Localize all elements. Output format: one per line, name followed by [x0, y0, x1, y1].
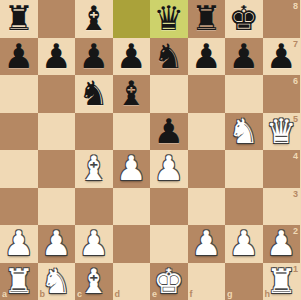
square-h5[interactable]: 5♛ [263, 113, 301, 151]
square-a5[interactable] [0, 113, 38, 151]
piece-white-pawn[interactable]: ♟ [266, 225, 296, 263]
square-f1[interactable]: f [188, 263, 226, 300]
square-g5[interactable]: ♞ [225, 113, 263, 151]
square-a3[interactable] [0, 188, 38, 226]
square-g6[interactable] [225, 75, 263, 113]
file-label-d: d [115, 289, 121, 299]
square-b3[interactable] [38, 188, 76, 226]
piece-black-pawn[interactable]: ♟ [41, 38, 71, 76]
piece-white-pawn[interactable]: ♟ [116, 150, 146, 188]
rank-label-6: 6 [293, 76, 298, 86]
piece-white-pawn[interactable]: ♟ [41, 225, 71, 263]
square-f3[interactable] [188, 188, 226, 226]
square-h2[interactable]: 2♟ [263, 225, 301, 263]
square-g2[interactable]: ♟ [225, 225, 263, 263]
piece-black-pawn[interactable]: ♟ [191, 38, 221, 76]
square-b2[interactable]: ♟ [38, 225, 76, 263]
square-b8[interactable] [38, 0, 76, 38]
square-a1[interactable]: a♜ [0, 263, 38, 300]
square-b7[interactable]: ♟ [38, 38, 76, 76]
chess-board: ♜♝♛♜♚8♟♟♟♟♞♟♟7♟♞♝6♟♞5♛♝♟♟43♟♟♟♟♟2♟a♜b♞c♝… [0, 0, 300, 300]
piece-black-king[interactable]: ♚ [229, 0, 259, 38]
square-e8[interactable]: ♛ [150, 0, 188, 38]
square-d4[interactable]: ♟ [113, 150, 151, 188]
piece-white-king[interactable]: ♚ [154, 263, 184, 300]
square-e2[interactable] [150, 225, 188, 263]
piece-black-pawn[interactable]: ♟ [154, 113, 184, 151]
piece-white-knight[interactable]: ♞ [229, 113, 259, 151]
square-c2[interactable]: ♟ [75, 225, 113, 263]
square-e4[interactable]: ♟ [150, 150, 188, 188]
square-d2[interactable] [113, 225, 151, 263]
square-h8[interactable]: 8 [263, 0, 301, 38]
piece-white-bishop[interactable]: ♝ [79, 150, 109, 188]
square-a8[interactable]: ♜ [0, 0, 38, 38]
piece-white-rook[interactable]: ♜ [4, 263, 34, 300]
square-d5[interactable] [113, 113, 151, 151]
piece-white-bishop[interactable]: ♝ [79, 263, 109, 300]
square-d7[interactable]: ♟ [113, 38, 151, 76]
piece-white-pawn[interactable]: ♟ [4, 225, 34, 263]
square-g1[interactable]: g [225, 263, 263, 300]
square-h1[interactable]: 1h♜ [263, 263, 301, 300]
square-b5[interactable] [38, 113, 76, 151]
piece-white-pawn[interactable]: ♟ [154, 150, 184, 188]
piece-black-pawn[interactable]: ♟ [266, 38, 296, 76]
square-h3[interactable]: 3 [263, 188, 301, 226]
square-g8[interactable]: ♚ [225, 0, 263, 38]
square-c6[interactable]: ♞ [75, 75, 113, 113]
piece-black-rook[interactable]: ♜ [4, 0, 34, 38]
piece-white-rook[interactable]: ♜ [266, 263, 296, 300]
square-h6[interactable]: 6 [263, 75, 301, 113]
square-a2[interactable]: ♟ [0, 225, 38, 263]
square-d1[interactable]: d [113, 263, 151, 300]
square-g7[interactable]: ♟ [225, 38, 263, 76]
piece-black-queen[interactable]: ♛ [154, 0, 184, 38]
rank-label-8: 8 [293, 1, 298, 11]
square-d8[interactable] [113, 0, 151, 38]
square-a7[interactable]: ♟ [0, 38, 38, 76]
square-f2[interactable]: ♟ [188, 225, 226, 263]
square-g3[interactable] [225, 188, 263, 226]
square-c1[interactable]: c♝ [75, 263, 113, 300]
square-e3[interactable] [150, 188, 188, 226]
square-c5[interactable] [75, 113, 113, 151]
square-c7[interactable]: ♟ [75, 38, 113, 76]
rank-label-3: 3 [293, 189, 298, 199]
square-g4[interactable] [225, 150, 263, 188]
piece-black-knight[interactable]: ♞ [154, 38, 184, 76]
piece-white-knight[interactable]: ♞ [41, 263, 71, 300]
square-h7[interactable]: 7♟ [263, 38, 301, 76]
square-f8[interactable]: ♜ [188, 0, 226, 38]
square-b1[interactable]: b♞ [38, 263, 76, 300]
square-c3[interactable] [75, 188, 113, 226]
piece-black-pawn[interactable]: ♟ [229, 38, 259, 76]
piece-black-rook[interactable]: ♜ [191, 0, 221, 38]
piece-white-pawn[interactable]: ♟ [229, 225, 259, 263]
square-a4[interactable] [0, 150, 38, 188]
square-b6[interactable] [38, 75, 76, 113]
piece-black-knight[interactable]: ♞ [79, 75, 109, 113]
square-e6[interactable] [150, 75, 188, 113]
file-label-f: f [190, 289, 193, 299]
square-d6[interactable]: ♝ [113, 75, 151, 113]
square-f4[interactable] [188, 150, 226, 188]
piece-white-pawn[interactable]: ♟ [191, 225, 221, 263]
piece-white-queen[interactable]: ♛ [266, 113, 296, 151]
square-f5[interactable] [188, 113, 226, 151]
piece-black-bishop[interactable]: ♝ [79, 0, 109, 38]
piece-black-bishop[interactable]: ♝ [116, 75, 146, 113]
square-b4[interactable] [38, 150, 76, 188]
square-a6[interactable] [0, 75, 38, 113]
rank-label-4: 4 [293, 151, 298, 161]
square-c4[interactable]: ♝ [75, 150, 113, 188]
file-label-g: g [227, 289, 233, 299]
square-f6[interactable] [188, 75, 226, 113]
square-e7[interactable]: ♞ [150, 38, 188, 76]
square-e5[interactable]: ♟ [150, 113, 188, 151]
piece-black-pawn[interactable]: ♟ [116, 38, 146, 76]
piece-black-pawn[interactable]: ♟ [79, 38, 109, 76]
square-e1[interactable]: e♚ [150, 263, 188, 300]
square-h4[interactable]: 4 [263, 150, 301, 188]
piece-black-pawn[interactable]: ♟ [4, 38, 34, 76]
piece-white-pawn[interactable]: ♟ [79, 225, 109, 263]
square-f7[interactable]: ♟ [188, 38, 226, 76]
square-c8[interactable]: ♝ [75, 0, 113, 38]
square-d3[interactable] [113, 188, 151, 226]
